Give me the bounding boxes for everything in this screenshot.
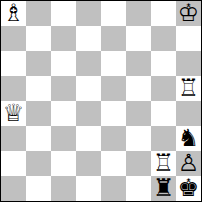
- piece-black-knight[interactable]: ♞: [178, 126, 200, 151]
- square-c1[interactable]: [51, 176, 76, 201]
- square-a4[interactable]: ♕: [1, 101, 26, 126]
- square-f2[interactable]: [126, 151, 151, 176]
- square-h8[interactable]: ♔: [176, 1, 201, 26]
- square-b4[interactable]: [26, 101, 51, 126]
- square-f8[interactable]: [126, 1, 151, 26]
- square-e1[interactable]: [101, 176, 126, 201]
- piece-white-king[interactable]: ♔: [178, 1, 200, 26]
- square-h4[interactable]: [176, 101, 201, 126]
- square-h7[interactable]: [176, 26, 201, 51]
- square-f6[interactable]: [126, 51, 151, 76]
- square-c8[interactable]: [51, 1, 76, 26]
- square-c4[interactable]: [51, 101, 76, 126]
- square-g5[interactable]: [151, 76, 176, 101]
- square-f1[interactable]: [126, 176, 151, 201]
- square-h5[interactable]: ♖: [176, 76, 201, 101]
- square-c3[interactable]: [51, 126, 76, 151]
- square-d1[interactable]: [76, 176, 101, 201]
- square-c7[interactable]: [51, 26, 76, 51]
- square-e2[interactable]: [101, 151, 126, 176]
- square-b3[interactable]: [26, 126, 51, 151]
- square-d7[interactable]: [76, 26, 101, 51]
- square-b8[interactable]: [26, 1, 51, 26]
- square-a1[interactable]: [1, 176, 26, 201]
- piece-black-rook[interactable]: ♜: [153, 176, 175, 201]
- square-h6[interactable]: [176, 51, 201, 76]
- piece-black-king[interactable]: ♚: [178, 176, 200, 201]
- square-g6[interactable]: [151, 51, 176, 76]
- square-g3[interactable]: [151, 126, 176, 151]
- square-b1[interactable]: [26, 176, 51, 201]
- piece-white-rook[interactable]: ♖: [153, 151, 175, 176]
- piece-white-rook[interactable]: ♖: [178, 76, 200, 101]
- square-a6[interactable]: [1, 51, 26, 76]
- square-e4[interactable]: [101, 101, 126, 126]
- square-a7[interactable]: [1, 26, 26, 51]
- square-e7[interactable]: [101, 26, 126, 51]
- square-h3[interactable]: ♞: [176, 126, 201, 151]
- square-g2[interactable]: ♖: [151, 151, 176, 176]
- square-e8[interactable]: [101, 1, 126, 26]
- square-f3[interactable]: [126, 126, 151, 151]
- square-a3[interactable]: [1, 126, 26, 151]
- square-g1[interactable]: ♜: [151, 176, 176, 201]
- square-d6[interactable]: [76, 51, 101, 76]
- square-g8[interactable]: [151, 1, 176, 26]
- square-e6[interactable]: [101, 51, 126, 76]
- square-e5[interactable]: [101, 76, 126, 101]
- chess-board: ♗♔♖♕♞♖♙♜♚: [0, 0, 202, 202]
- square-d3[interactable]: [76, 126, 101, 151]
- square-g4[interactable]: [151, 101, 176, 126]
- piece-white-queen[interactable]: ♕: [3, 101, 25, 126]
- square-d5[interactable]: [76, 76, 101, 101]
- square-a5[interactable]: [1, 76, 26, 101]
- square-h1[interactable]: ♚: [176, 176, 201, 201]
- piece-white-pawn[interactable]: ♙: [178, 151, 200, 176]
- square-d8[interactable]: [76, 1, 101, 26]
- square-d2[interactable]: [76, 151, 101, 176]
- square-g7[interactable]: [151, 26, 176, 51]
- square-b2[interactable]: [26, 151, 51, 176]
- square-c6[interactable]: [51, 51, 76, 76]
- square-b7[interactable]: [26, 26, 51, 51]
- square-b5[interactable]: [26, 76, 51, 101]
- square-e3[interactable]: [101, 126, 126, 151]
- square-a8[interactable]: ♗: [1, 1, 26, 26]
- square-f7[interactable]: [126, 26, 151, 51]
- piece-white-bishop[interactable]: ♗: [3, 1, 25, 26]
- square-d4[interactable]: [76, 101, 101, 126]
- square-h2[interactable]: ♙: [176, 151, 201, 176]
- square-c2[interactable]: [51, 151, 76, 176]
- square-c5[interactable]: [51, 76, 76, 101]
- square-f4[interactable]: [126, 101, 151, 126]
- square-f5[interactable]: [126, 76, 151, 101]
- square-a2[interactable]: [1, 151, 26, 176]
- square-b6[interactable]: [26, 51, 51, 76]
